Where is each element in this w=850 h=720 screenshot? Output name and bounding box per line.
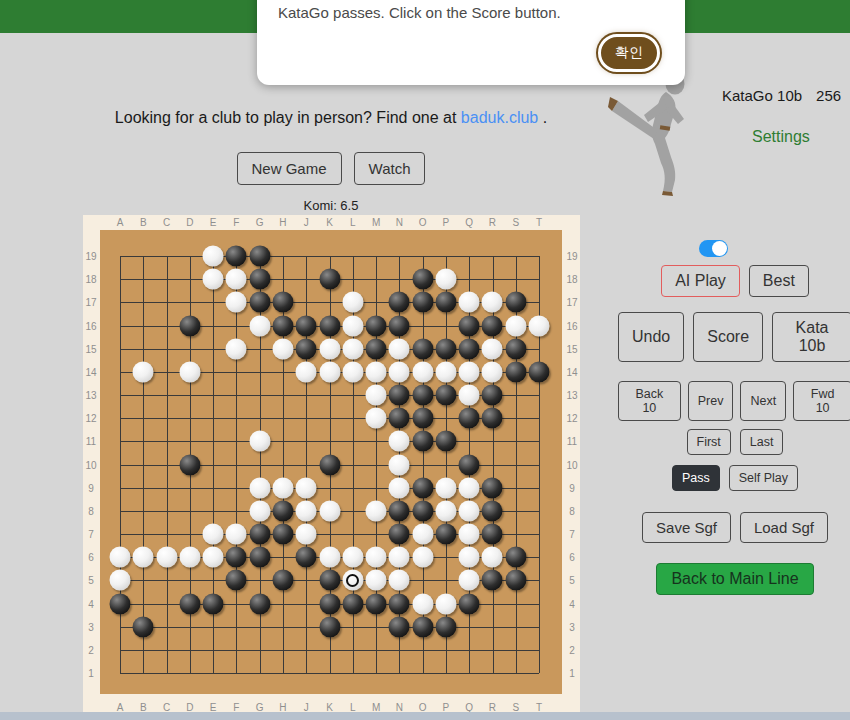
col-label: C <box>163 702 170 713</box>
white-stone-P14 <box>435 361 456 382</box>
black-stone-Q16 <box>459 315 480 336</box>
row-label: 18 <box>566 274 577 285</box>
col-label: N <box>396 217 403 228</box>
go-board: AABBCCDDEEFFGGHHJJKKLLMMNNOOPPQQRRSSTT19… <box>83 215 580 718</box>
white-stone-F7 <box>226 524 247 545</box>
settings-link[interactable]: Settings <box>752 128 810 146</box>
white-stone-K6 <box>319 547 340 568</box>
black-stone-P7 <box>435 524 456 545</box>
row-label: 17 <box>566 297 577 308</box>
self-play-button[interactable]: Self Play <box>729 465 798 491</box>
black-stone-N7 <box>389 524 410 545</box>
white-stone-K14 <box>319 361 340 382</box>
black-stone-R12 <box>482 408 503 429</box>
row-label: 3 <box>569 621 575 632</box>
engine-visits: 256 <box>816 87 841 104</box>
row-label: 14 <box>85 366 96 377</box>
white-stone-G11 <box>249 431 270 452</box>
white-stone-T16 <box>529 315 550 336</box>
row-label: 11 <box>567 436 577 447</box>
black-stone-S5 <box>505 570 526 591</box>
row-label: 19 <box>85 251 96 262</box>
white-stone-O14 <box>412 361 433 382</box>
pass-button[interactable]: Pass <box>672 465 720 491</box>
white-stone-O7 <box>412 524 433 545</box>
black-stone-R8 <box>482 500 503 521</box>
white-stone-N5 <box>389 570 410 591</box>
white-stone-N11 <box>389 431 410 452</box>
row-label: 7 <box>88 529 94 540</box>
black-stone-D16 <box>179 315 200 336</box>
black-stone-S6 <box>505 547 526 568</box>
row-label: 8 <box>569 505 575 516</box>
row-label: 8 <box>88 505 94 516</box>
black-stone-P11 <box>435 431 456 452</box>
ai-toggle[interactable] <box>699 240 728 257</box>
load-sgf-button[interactable]: Load Sgf <box>740 512 828 543</box>
white-stone-K8 <box>319 500 340 521</box>
white-stone-H15 <box>272 338 293 359</box>
black-stone-H7 <box>272 524 293 545</box>
black-stone-G7 <box>249 524 270 545</box>
row-label: 16 <box>566 320 577 331</box>
col-label: P <box>443 702 450 713</box>
black-stone-M4 <box>366 593 387 614</box>
black-stone-O12 <box>412 408 433 429</box>
black-stone-H8 <box>272 500 293 521</box>
bottom-edge-strip <box>0 712 850 720</box>
row-label: 9 <box>88 482 94 493</box>
black-stone-R9 <box>482 477 503 498</box>
white-stone-E19 <box>203 246 224 267</box>
black-stone-N3 <box>389 616 410 637</box>
control-panel: AI Play Best Undo Score Kata 10b Back 10… <box>618 240 850 595</box>
black-stone-N17 <box>389 292 410 313</box>
white-stone-L17 <box>342 292 363 313</box>
white-stone-K15 <box>319 338 340 359</box>
col-label: N <box>396 702 403 713</box>
black-stone-O18 <box>412 269 433 290</box>
pass-dialog-message: KataGo passes. Click on the Score button… <box>278 4 561 21</box>
col-label: E <box>210 702 217 713</box>
black-stone-O11 <box>412 431 433 452</box>
col-label: O <box>419 702 427 713</box>
white-stone-M12 <box>366 408 387 429</box>
black-stone-B3 <box>133 616 154 637</box>
black-stone-O17 <box>412 292 433 313</box>
row-label: 5 <box>569 575 575 586</box>
white-stone-R14 <box>482 361 503 382</box>
black-stone-H16 <box>272 315 293 336</box>
black-stone-K3 <box>319 616 340 637</box>
white-stone-Q17 <box>459 292 480 313</box>
row-label: 4 <box>569 598 575 609</box>
ai-play-button[interactable]: AI Play <box>661 265 740 297</box>
black-stone-G18 <box>249 269 270 290</box>
black-stone-K16 <box>319 315 340 336</box>
black-stone-A4 <box>110 593 131 614</box>
white-stone-N9 <box>389 477 410 498</box>
black-stone-Q4 <box>459 593 480 614</box>
white-stone-A6 <box>110 547 131 568</box>
club-invite-line: Looking for a club to play in person? Fi… <box>0 109 662 127</box>
white-stone-M5 <box>366 570 387 591</box>
white-stone-Q13 <box>459 385 480 406</box>
row-label: 3 <box>88 621 94 632</box>
black-stone-D4 <box>179 593 200 614</box>
white-stone-J8 <box>296 500 317 521</box>
white-stone-J9 <box>296 477 317 498</box>
white-stone-L16 <box>342 315 363 336</box>
white-stone-H9 <box>272 477 293 498</box>
black-stone-O9 <box>412 477 433 498</box>
black-stone-M15 <box>366 338 387 359</box>
row-label: 1 <box>569 668 575 679</box>
row-label: 17 <box>85 297 96 308</box>
white-stone-J14 <box>296 361 317 382</box>
col-label: G <box>256 702 264 713</box>
col-label: P <box>443 217 450 228</box>
row-label: 2 <box>88 644 94 655</box>
row-label: 2 <box>569 644 575 655</box>
white-stone-N10 <box>389 454 410 475</box>
white-stone-E18 <box>203 269 224 290</box>
black-stone-E4 <box>203 593 224 614</box>
col-label: M <box>372 217 380 228</box>
row-label: 7 <box>569 529 575 540</box>
white-stone-Q6 <box>459 547 480 568</box>
white-stone-L14 <box>342 361 363 382</box>
row-label: 10 <box>566 459 577 470</box>
black-stone-J15 <box>296 338 317 359</box>
first-button[interactable]: First <box>687 429 731 455</box>
row-label: 14 <box>566 366 577 377</box>
white-stone-L5 <box>342 570 363 591</box>
last-button[interactable]: Last <box>740 429 784 455</box>
black-stone-G6 <box>249 547 270 568</box>
white-stone-D14 <box>179 361 200 382</box>
white-stone-G9 <box>249 477 270 498</box>
row-label: 13 <box>566 390 577 401</box>
white-stone-C6 <box>156 547 177 568</box>
col-label: R <box>489 217 496 228</box>
black-stone-Q10 <box>459 454 480 475</box>
black-stone-P15 <box>435 338 456 359</box>
black-stone-K10 <box>319 454 340 475</box>
row-label: 1 <box>88 668 94 679</box>
col-label: A <box>117 217 124 228</box>
col-label: D <box>186 702 193 713</box>
next-button[interactable]: Next <box>740 381 786 421</box>
col-label: Q <box>465 217 473 228</box>
black-stone-M16 <box>366 315 387 336</box>
row-label: 11 <box>86 436 96 447</box>
white-stone-N6 <box>389 547 410 568</box>
row-label: 15 <box>85 343 96 354</box>
white-stone-Q5 <box>459 570 480 591</box>
black-stone-J6 <box>296 547 317 568</box>
new-game-button[interactable]: New Game <box>237 152 342 185</box>
white-stone-M8 <box>366 500 387 521</box>
black-stone-P3 <box>435 616 456 637</box>
prev-button[interactable]: Prev <box>688 381 734 421</box>
row-label: 18 <box>85 274 96 285</box>
col-label: M <box>372 702 380 713</box>
black-stone-S14 <box>505 361 526 382</box>
white-stone-N15 <box>389 338 410 359</box>
white-stone-M13 <box>366 385 387 406</box>
black-stone-N8 <box>389 500 410 521</box>
black-stone-J16 <box>296 315 317 336</box>
watch-button[interactable]: Watch <box>354 152 426 185</box>
black-stone-F6 <box>226 547 247 568</box>
col-label: L <box>350 217 356 228</box>
black-stone-P17 <box>435 292 456 313</box>
confirm-button[interactable]: 확인 <box>598 34 660 72</box>
col-label: K <box>326 217 333 228</box>
row-label: 10 <box>85 459 96 470</box>
white-stone-Q14 <box>459 361 480 382</box>
black-stone-K18 <box>319 269 340 290</box>
row-label: 9 <box>569 482 575 493</box>
black-stone-R13 <box>482 385 503 406</box>
col-label: F <box>233 217 239 228</box>
white-stone-P18 <box>435 269 456 290</box>
col-label: C <box>163 217 170 228</box>
row-label: 6 <box>88 552 94 563</box>
komi-label: Komi: 6.5 <box>0 198 662 213</box>
black-stone-D10 <box>179 454 200 475</box>
white-stone-M14 <box>366 361 387 382</box>
white-stone-P4 <box>435 593 456 614</box>
black-stone-L4 <box>342 593 363 614</box>
baduk-club-link[interactable]: baduk.club <box>461 109 538 126</box>
white-stone-N14 <box>389 361 410 382</box>
white-stone-F17 <box>226 292 247 313</box>
row-label: 16 <box>85 320 96 331</box>
best-button[interactable]: Best <box>749 265 809 297</box>
row-label: 5 <box>88 575 94 586</box>
fwd10-button[interactable]: Fwd 10 <box>793 381 850 421</box>
col-label: G <box>256 217 264 228</box>
col-label: E <box>210 217 217 228</box>
col-label: B <box>140 217 147 228</box>
col-label: H <box>279 217 286 228</box>
col-label: D <box>186 217 193 228</box>
white-stone-F18 <box>226 269 247 290</box>
white-stone-R15 <box>482 338 503 359</box>
black-stone-S17 <box>505 292 526 313</box>
club-invite-text: Looking for a club to play in person? Fi… <box>115 109 461 126</box>
white-stone-J7 <box>296 524 317 545</box>
black-stone-O3 <box>412 616 433 637</box>
white-stone-Q8 <box>459 500 480 521</box>
white-stone-R6 <box>482 547 503 568</box>
white-stone-P8 <box>435 500 456 521</box>
black-stone-R5 <box>482 570 503 591</box>
black-stone-S15 <box>505 338 526 359</box>
pass-dialog: KataGo passes. Click on the Score button… <box>257 0 685 85</box>
black-stone-P13 <box>435 385 456 406</box>
score-button[interactable]: Score <box>693 312 763 362</box>
col-label: T <box>536 702 542 713</box>
white-stone-E6 <box>203 547 224 568</box>
col-label: Q <box>465 702 473 713</box>
black-stone-G19 <box>249 246 270 267</box>
row-label: 15 <box>566 343 577 354</box>
col-label: R <box>489 702 496 713</box>
row-label: 4 <box>88 598 94 609</box>
col-label: B <box>140 702 147 713</box>
white-stone-E7 <box>203 524 224 545</box>
col-label: A <box>117 702 124 713</box>
white-stone-S16 <box>505 315 526 336</box>
kata-button[interactable]: Kata 10b <box>772 312 850 362</box>
white-stone-A5 <box>110 570 131 591</box>
save-sgf-button[interactable]: Save Sgf <box>642 512 731 543</box>
col-label: J <box>304 217 309 228</box>
white-stone-B6 <box>133 547 154 568</box>
white-stone-Q9 <box>459 477 480 498</box>
col-label: J <box>304 702 309 713</box>
black-stone-T14 <box>529 361 550 382</box>
white-stone-O4 <box>412 593 433 614</box>
col-label: H <box>279 702 286 713</box>
white-stone-B14 <box>133 361 154 382</box>
white-stone-P9 <box>435 477 456 498</box>
black-stone-G17 <box>249 292 270 313</box>
col-label: L <box>350 702 356 713</box>
black-stone-Q15 <box>459 338 480 359</box>
white-stone-D6 <box>179 547 200 568</box>
black-stone-N16 <box>389 315 410 336</box>
black-stone-F5 <box>226 570 247 591</box>
black-stone-N13 <box>389 385 410 406</box>
ai-toggle-knob <box>712 241 727 256</box>
row-label: 12 <box>85 413 96 424</box>
engine-name: KataGo 10b <box>722 87 802 104</box>
col-label: K <box>326 702 333 713</box>
black-stone-O8 <box>412 500 433 521</box>
black-stone-R16 <box>482 315 503 336</box>
white-stone-Q7 <box>459 524 480 545</box>
white-stone-L15 <box>342 338 363 359</box>
row-label: 6 <box>569 552 575 563</box>
black-stone-G4 <box>249 593 270 614</box>
black-stone-Q12 <box>459 408 480 429</box>
black-stone-O13 <box>412 385 433 406</box>
club-invite-tail: . <box>538 109 547 126</box>
white-stone-O6 <box>412 547 433 568</box>
black-stone-N4 <box>389 593 410 614</box>
black-stone-H5 <box>272 570 293 591</box>
black-stone-K5 <box>319 570 340 591</box>
row-label: 19 <box>566 251 577 262</box>
undo-button[interactable]: Undo <box>618 312 684 362</box>
col-label: O <box>419 217 427 228</box>
white-stone-G16 <box>249 315 270 336</box>
black-stone-H17 <box>272 292 293 313</box>
black-stone-F19 <box>226 246 247 267</box>
white-stone-R17 <box>482 292 503 313</box>
white-stone-L6 <box>342 547 363 568</box>
col-label: F <box>233 702 239 713</box>
col-label: S <box>512 217 519 228</box>
row-label: 13 <box>85 390 96 401</box>
black-stone-O15 <box>412 338 433 359</box>
row-label: 12 <box>566 413 577 424</box>
black-stone-N12 <box>389 408 410 429</box>
back-to-main-line-button[interactable]: Back to Main Line <box>656 563 813 595</box>
col-label: S <box>512 702 519 713</box>
white-stone-F15 <box>226 338 247 359</box>
black-stone-K4 <box>319 593 340 614</box>
white-stone-M6 <box>366 547 387 568</box>
white-stone-G8 <box>249 500 270 521</box>
col-label: T <box>536 217 542 228</box>
engine-info: KataGo 10b256 <box>722 87 841 104</box>
back10-button[interactable]: Back 10 <box>618 381 681 421</box>
black-stone-R7 <box>482 524 503 545</box>
